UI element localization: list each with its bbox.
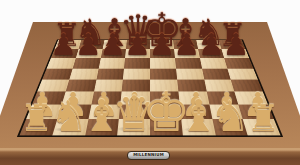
- piece-white-n-g1[interactable]: ♞: [212, 96, 250, 138]
- pieces-layer: ♜♞♝♛♚♝♞♜♟♟♟♟♟♟♟♟♟♟♟♟♟♟♟♟♜♞♝♛♚♝♞♜: [0, 0, 300, 165]
- piece-black-p-e7[interactable]: ♟: [149, 30, 176, 60]
- piece-black-p-f7[interactable]: ♟: [174, 30, 201, 60]
- piece-black-p-c7[interactable]: ♟: [100, 30, 127, 60]
- piece-black-p-d7[interactable]: ♟: [124, 30, 151, 60]
- piece-white-r-h1[interactable]: ♜: [247, 100, 280, 137]
- piece-black-p-h7[interactable]: ♟: [223, 30, 250, 60]
- piece-white-r-a1[interactable]: ♜: [20, 100, 53, 137]
- piece-black-p-b7[interactable]: ♟: [75, 30, 102, 60]
- chessboard-scene: MILLENNIUM ♜♞♝♛♚♝♞♜♟♟♟♟♟♟♟♟♟♟♟♟♟♟♟♟♜♞♝♛♚…: [0, 0, 300, 165]
- piece-black-p-a7[interactable]: ♟: [50, 30, 77, 60]
- piece-black-p-g7[interactable]: ♟: [198, 30, 225, 60]
